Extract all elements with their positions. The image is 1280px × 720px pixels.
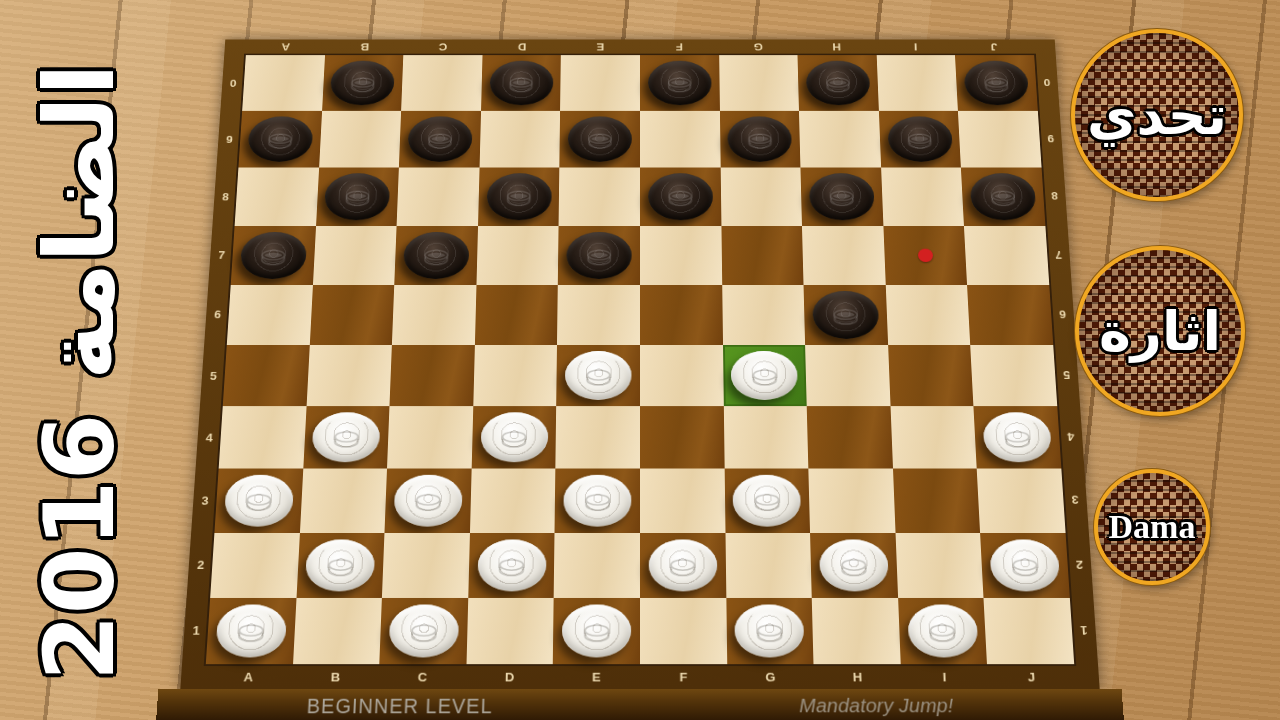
white-man-glyph: ⛀ bbox=[500, 422, 528, 452]
square-B0[interactable]: ⛂ bbox=[322, 55, 404, 111]
square-F9[interactable] bbox=[640, 111, 720, 168]
dama-button[interactable]: Dama bbox=[1094, 469, 1210, 585]
dark-man-glyph: ⛂ bbox=[747, 126, 774, 154]
col-label-bottom-D: D bbox=[466, 664, 553, 689]
square-C2[interactable] bbox=[382, 533, 470, 598]
square-J0[interactable]: ⛂ bbox=[955, 55, 1037, 111]
dark-man-B8[interactable]: ⛂ bbox=[324, 174, 391, 220]
square-J4[interactable]: ⛀ bbox=[974, 406, 1062, 469]
square-H1[interactable] bbox=[812, 598, 901, 664]
row-label-right-1: 1 bbox=[1070, 598, 1098, 664]
dark-man-glyph: ⛂ bbox=[667, 69, 693, 96]
square-I2[interactable] bbox=[895, 533, 984, 598]
dark-man-glyph: ⛂ bbox=[825, 69, 852, 96]
square-D7[interactable] bbox=[476, 226, 559, 285]
col-label-top-D: D bbox=[482, 39, 561, 55]
dark-man-glyph: ⛂ bbox=[423, 241, 450, 270]
dark-man-G9[interactable]: ⛂ bbox=[728, 117, 793, 162]
white-man-glyph: ⛀ bbox=[669, 549, 697, 581]
square-E6[interactable] bbox=[557, 285, 640, 345]
dark-man-C7[interactable]: ⛂ bbox=[403, 232, 470, 279]
col-label-top-J: J bbox=[954, 39, 1034, 55]
square-G3[interactable]: ⛀ bbox=[724, 469, 810, 533]
square-B6[interactable] bbox=[309, 285, 394, 345]
white-man-glyph: ⛀ bbox=[839, 549, 868, 581]
white-man-glyph: ⛀ bbox=[326, 549, 355, 581]
white-man-B2[interactable]: ⛀ bbox=[305, 539, 376, 591]
square-G8[interactable] bbox=[720, 168, 802, 226]
dark-man-H6[interactable]: ⛂ bbox=[812, 291, 879, 339]
dark-man-glyph: ⛂ bbox=[344, 183, 372, 211]
dark-man-J8[interactable]: ⛂ bbox=[970, 174, 1037, 220]
dark-man-glyph: ⛂ bbox=[828, 183, 855, 211]
row-label-right-6: 6 bbox=[1049, 285, 1076, 345]
square-B4[interactable]: ⛀ bbox=[303, 406, 390, 469]
square-G5[interactable]: ⛀ bbox=[723, 345, 807, 406]
white-man-B4[interactable]: ⛀ bbox=[312, 412, 381, 462]
dark-man-F8[interactable]: ⛂ bbox=[648, 174, 713, 220]
white-man-glyph: ⛀ bbox=[1010, 549, 1040, 581]
square-F5[interactable] bbox=[640, 345, 723, 406]
square-J5[interactable] bbox=[971, 345, 1058, 406]
square-C1[interactable]: ⛀ bbox=[379, 598, 468, 664]
square-B7[interactable] bbox=[313, 226, 397, 285]
dark-man-D0[interactable]: ⛂ bbox=[489, 61, 553, 106]
square-I0[interactable] bbox=[877, 55, 959, 111]
square-H7[interactable] bbox=[802, 226, 885, 285]
square-I6[interactable] bbox=[886, 285, 971, 345]
square-B2[interactable]: ⛀ bbox=[296, 533, 385, 598]
square-E1[interactable]: ⛀ bbox=[553, 598, 640, 664]
dark-man-glyph: ⛂ bbox=[506, 183, 533, 211]
square-F3[interactable] bbox=[640, 469, 725, 533]
square-B8[interactable]: ⛂ bbox=[316, 168, 399, 226]
dark-man-glyph: ⛂ bbox=[508, 69, 534, 96]
board-grid: ⛂⛂⛂⛂⛂⛂⛂⛂⛂⛂⛂⛂⛂⛂⛂⛂⛂⛂⛂⛀⛀⛀⛀⛀⛀⛀⛀⛀⛀⛀⛀⛀⛀⛀⛀⛀⛀⛀ bbox=[206, 55, 1074, 664]
col-label-bottom-F: F bbox=[640, 664, 727, 689]
square-J6[interactable] bbox=[967, 285, 1053, 345]
col-label-bottom-C: C bbox=[378, 664, 466, 689]
white-man-glyph: ⛀ bbox=[236, 615, 266, 647]
dark-man-glyph: ⛂ bbox=[983, 69, 1010, 96]
dark-man-glyph: ⛂ bbox=[266, 126, 294, 154]
square-E3[interactable]: ⛀ bbox=[555, 469, 640, 533]
dark-man-J0[interactable]: ⛂ bbox=[964, 61, 1030, 106]
square-C8[interactable] bbox=[397, 168, 480, 226]
board-3d-scene: ABCDEFGHIJ ABCDEFGHIJ 0987654321 0987654… bbox=[178, 39, 1102, 720]
white-man-D4[interactable]: ⛀ bbox=[480, 412, 548, 462]
square-D5[interactable] bbox=[473, 345, 557, 406]
square-C4[interactable] bbox=[387, 406, 473, 469]
row-label-right-7: 7 bbox=[1045, 226, 1071, 285]
row-label-right-5: 5 bbox=[1053, 345, 1080, 406]
white-man-glyph: ⛀ bbox=[755, 615, 784, 647]
square-J8[interactable]: ⛂ bbox=[961, 168, 1045, 226]
white-man-C3[interactable]: ⛀ bbox=[393, 475, 462, 526]
square-C3[interactable]: ⛀ bbox=[385, 469, 472, 533]
square-A3[interactable]: ⛀ bbox=[214, 469, 302, 533]
dark-man-B0[interactable]: ⛂ bbox=[330, 61, 395, 106]
square-F6[interactable] bbox=[640, 285, 723, 345]
white-man-H2[interactable]: ⛀ bbox=[819, 539, 889, 591]
square-G7[interactable] bbox=[721, 226, 804, 285]
white-man-glyph: ⛀ bbox=[414, 485, 443, 516]
square-G6[interactable] bbox=[722, 285, 805, 345]
square-J7[interactable] bbox=[964, 226, 1049, 285]
dark-man-glyph: ⛂ bbox=[586, 241, 613, 270]
square-I3[interactable] bbox=[893, 469, 981, 533]
dark-man-H0[interactable]: ⛂ bbox=[806, 61, 871, 106]
row-label-right-9: 9 bbox=[1038, 111, 1064, 168]
square-A7[interactable]: ⛂ bbox=[231, 226, 316, 285]
square-C5[interactable] bbox=[390, 345, 475, 406]
square-H2[interactable]: ⛀ bbox=[810, 533, 898, 598]
dark-man-glyph: ⛂ bbox=[259, 241, 287, 270]
mandatory-jump-label: Mandatory Jump! bbox=[799, 694, 954, 716]
square-F0[interactable]: ⛂ bbox=[640, 55, 720, 111]
col-label-top-I: I bbox=[876, 39, 955, 55]
dark-man-D8[interactable]: ⛂ bbox=[486, 174, 551, 220]
dark-man-H8[interactable]: ⛂ bbox=[809, 174, 875, 220]
square-A9[interactable]: ⛂ bbox=[238, 111, 321, 168]
square-D4[interactable]: ⛀ bbox=[471, 406, 556, 469]
square-E5[interactable]: ⛀ bbox=[557, 345, 640, 406]
white-man-glyph: ⛀ bbox=[244, 485, 273, 516]
square-H6[interactable]: ⛂ bbox=[804, 285, 888, 345]
square-I5[interactable] bbox=[888, 345, 974, 406]
square-E0[interactable] bbox=[560, 55, 640, 111]
square-A0[interactable] bbox=[242, 55, 324, 111]
col-label-top-B: B bbox=[325, 39, 404, 55]
red-dot-marker bbox=[917, 248, 932, 261]
white-man-E1[interactable]: ⛀ bbox=[562, 604, 631, 657]
square-B3[interactable] bbox=[300, 469, 388, 533]
dark-man-glyph: ⛂ bbox=[667, 183, 693, 211]
white-man-C1[interactable]: ⛀ bbox=[388, 604, 459, 657]
square-A5[interactable] bbox=[223, 345, 310, 406]
square-D1[interactable] bbox=[466, 598, 554, 664]
col-label-top-H: H bbox=[797, 39, 876, 55]
col-label-bottom-I: I bbox=[900, 664, 988, 689]
column-labels-top: ABCDEFGHIJ bbox=[246, 39, 1034, 55]
col-label-bottom-H: H bbox=[814, 664, 902, 689]
square-F1[interactable] bbox=[640, 598, 727, 664]
square-I8[interactable] bbox=[881, 168, 964, 226]
square-B5[interactable] bbox=[306, 345, 392, 406]
square-G9[interactable]: ⛂ bbox=[720, 111, 801, 168]
square-A2[interactable] bbox=[210, 533, 299, 598]
col-label-bottom-B: B bbox=[291, 664, 379, 689]
col-label-top-E: E bbox=[561, 39, 640, 55]
square-A1[interactable]: ⛀ bbox=[206, 598, 296, 664]
challenge-button[interactable]: تحدي bbox=[1071, 29, 1243, 201]
square-D8[interactable]: ⛂ bbox=[478, 168, 560, 226]
white-man-glyph: ⛀ bbox=[928, 615, 958, 647]
square-B9[interactable] bbox=[319, 111, 402, 168]
square-E4[interactable] bbox=[556, 406, 640, 469]
column-labels-bottom: ABCDEFGHIJ bbox=[204, 664, 1076, 689]
square-I4[interactable] bbox=[890, 406, 977, 469]
square-J2[interactable]: ⛀ bbox=[980, 533, 1069, 598]
col-label-top-G: G bbox=[719, 39, 798, 55]
col-label-bottom-A: A bbox=[204, 664, 292, 689]
square-H8[interactable]: ⛂ bbox=[801, 168, 884, 226]
square-J9[interactable] bbox=[958, 111, 1041, 168]
white-man-glyph: ⛀ bbox=[585, 361, 612, 391]
square-H3[interactable] bbox=[809, 469, 896, 533]
square-E8[interactable] bbox=[559, 168, 640, 226]
col-label-top-A: A bbox=[246, 39, 326, 55]
white-man-I1[interactable]: ⛀ bbox=[907, 604, 979, 657]
white-man-D2[interactable]: ⛀ bbox=[477, 539, 546, 591]
white-man-E5[interactable]: ⛀ bbox=[565, 351, 632, 400]
square-C9[interactable]: ⛂ bbox=[399, 111, 481, 168]
white-man-J4[interactable]: ⛀ bbox=[982, 412, 1052, 462]
wood-background: الضامة 2016 ABCDEFGHIJ ABCDEFGHIJ 098765… bbox=[0, 0, 1280, 720]
col-label-top-F: F bbox=[640, 39, 719, 55]
dark-man-F0[interactable]: ⛂ bbox=[648, 61, 712, 106]
square-H5[interactable] bbox=[805, 345, 890, 406]
square-C6[interactable] bbox=[392, 285, 476, 345]
col-label-bottom-E: E bbox=[553, 664, 640, 689]
white-man-glyph: ⛀ bbox=[409, 615, 438, 647]
square-E7[interactable]: ⛂ bbox=[558, 226, 640, 285]
row-label-right-8: 8 bbox=[1042, 168, 1068, 226]
board-base: BEGINNER LEVEL Mandatory Jump! bbox=[156, 689, 1124, 720]
white-man-glyph: ⛀ bbox=[497, 549, 525, 581]
white-man-glyph: ⛀ bbox=[583, 615, 611, 647]
level-label: BEGINNER LEVEL bbox=[306, 693, 493, 718]
square-E9[interactable]: ⛂ bbox=[560, 111, 640, 168]
row-label-right-2: 2 bbox=[1066, 533, 1094, 598]
row-label-right-4: 4 bbox=[1057, 406, 1084, 469]
col-label-bottom-J: J bbox=[987, 664, 1075, 689]
dark-man-glyph: ⛂ bbox=[906, 126, 933, 154]
square-G4[interactable] bbox=[723, 406, 808, 469]
square-D2[interactable]: ⛀ bbox=[468, 533, 555, 598]
square-A4[interactable] bbox=[219, 406, 307, 469]
square-H0[interactable]: ⛂ bbox=[798, 55, 879, 111]
row-label-right-0: 0 bbox=[1034, 55, 1059, 111]
thrill-button[interactable]: اثارة bbox=[1075, 246, 1245, 416]
app-title: الضامة 2016 bbox=[24, 63, 136, 681]
dark-man-E9[interactable]: ⛂ bbox=[568, 117, 632, 162]
dark-man-A9[interactable]: ⛂ bbox=[247, 117, 314, 162]
square-G2[interactable] bbox=[725, 533, 812, 598]
square-H9[interactable] bbox=[799, 111, 881, 168]
dark-man-glyph: ⛂ bbox=[427, 126, 454, 154]
square-I7[interactable] bbox=[883, 226, 967, 285]
square-D0[interactable]: ⛂ bbox=[481, 55, 561, 111]
col-label-top-C: C bbox=[403, 39, 482, 55]
square-C0[interactable] bbox=[401, 55, 482, 111]
square-F2[interactable]: ⛀ bbox=[640, 533, 726, 598]
white-man-A3[interactable]: ⛀ bbox=[223, 475, 294, 526]
square-F7[interactable] bbox=[640, 226, 722, 285]
white-man-glyph: ⛀ bbox=[751, 361, 779, 391]
white-man-G1[interactable]: ⛀ bbox=[735, 604, 805, 657]
square-J1[interactable] bbox=[984, 598, 1074, 664]
square-D9[interactable] bbox=[479, 111, 560, 168]
square-I1[interactable]: ⛀ bbox=[898, 598, 987, 664]
app-title-text: الضامة 2016 bbox=[24, 63, 136, 681]
dark-man-C9[interactable]: ⛂ bbox=[407, 117, 472, 162]
white-man-glyph: ⛀ bbox=[584, 485, 612, 516]
white-man-glyph: ⛀ bbox=[332, 422, 361, 452]
white-man-A1[interactable]: ⛀ bbox=[215, 604, 287, 657]
dark-man-glyph: ⛂ bbox=[832, 300, 860, 329]
white-man-glyph: ⛀ bbox=[753, 485, 781, 516]
col-label-bottom-G: G bbox=[727, 664, 814, 689]
white-man-F2[interactable]: ⛀ bbox=[649, 539, 718, 591]
challenge-button-label: تحدي bbox=[1087, 84, 1227, 147]
thrill-button-label: اثارة bbox=[1099, 300, 1221, 363]
square-H4[interactable] bbox=[807, 406, 893, 469]
square-F8[interactable]: ⛂ bbox=[640, 168, 721, 226]
dama-button-label: Dama bbox=[1109, 508, 1196, 546]
board-frame: ABCDEFGHIJ ABCDEFGHIJ 0987654321 0987654… bbox=[180, 39, 1099, 689]
square-I9[interactable]: ⛂ bbox=[879, 111, 962, 168]
square-G1[interactable]: ⛀ bbox=[726, 598, 814, 664]
square-D6[interactable] bbox=[475, 285, 558, 345]
dark-man-A7[interactable]: ⛂ bbox=[239, 232, 307, 279]
square-J3[interactable] bbox=[977, 469, 1065, 533]
dark-man-I9[interactable]: ⛂ bbox=[887, 117, 953, 162]
white-man-G5[interactable]: ⛀ bbox=[731, 351, 798, 400]
white-man-glyph: ⛀ bbox=[1003, 422, 1032, 452]
dark-man-glyph: ⛂ bbox=[587, 126, 613, 154]
white-man-J2[interactable]: ⛀ bbox=[989, 539, 1060, 591]
square-G0[interactable] bbox=[719, 55, 799, 111]
dark-man-glyph: ⛂ bbox=[989, 183, 1017, 211]
square-E2[interactable] bbox=[554, 533, 640, 598]
square-A8[interactable] bbox=[235, 168, 319, 226]
square-B1[interactable] bbox=[293, 598, 382, 664]
dark-man-glyph: ⛂ bbox=[349, 69, 376, 96]
white-man-E3[interactable]: ⛀ bbox=[563, 475, 631, 526]
white-man-G3[interactable]: ⛀ bbox=[733, 475, 802, 526]
row-label-right-3: 3 bbox=[1061, 469, 1089, 533]
square-C7[interactable]: ⛂ bbox=[394, 226, 477, 285]
square-D3[interactable] bbox=[470, 469, 556, 533]
square-F4[interactable] bbox=[640, 406, 724, 469]
square-A6[interactable] bbox=[227, 285, 313, 345]
dark-man-E7[interactable]: ⛂ bbox=[566, 232, 631, 279]
